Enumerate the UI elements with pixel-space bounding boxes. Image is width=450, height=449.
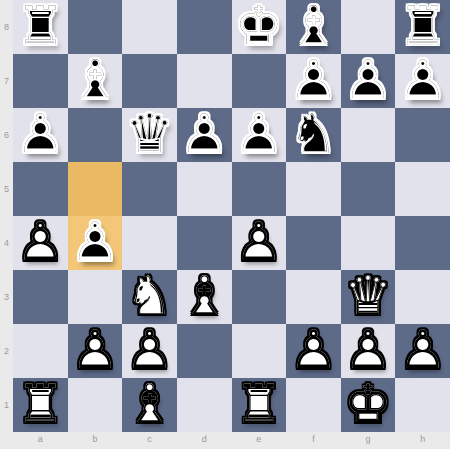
square-e2[interactable] — [232, 324, 287, 378]
square-e8[interactable]: ♚♔ — [232, 0, 287, 54]
file-label-g: g — [341, 432, 396, 449]
square-f7[interactable]: ♟♙ — [286, 54, 341, 108]
pawn-icon-detail: ♙ — [17, 215, 65, 268]
square-c2[interactable]: ♟♙ — [122, 324, 177, 378]
file-label-a: a — [13, 432, 68, 449]
file-label-e: e — [232, 432, 287, 449]
white-knight[interactable]: ♞♘ — [122, 270, 177, 324]
white-pawn[interactable]: ♟♙ — [341, 324, 396, 378]
chess-board-widget: 87654321 ♜♖♚♔♝♗♜♖♝♗♟♙♟♙♟♙♟♙♛♕♟♙♟♙♞♘♟♙♟♙♟… — [0, 0, 450, 449]
square-a6[interactable]: ♟♙ — [13, 108, 68, 162]
white-pawn[interactable]: ♟♙ — [286, 324, 341, 378]
square-g1[interactable]: ♚♔ — [341, 378, 396, 432]
square-h4[interactable] — [395, 216, 450, 270]
square-b6[interactable] — [68, 108, 123, 162]
square-h5[interactable] — [395, 162, 450, 216]
knight-icon: ♞ — [290, 107, 338, 160]
square-g5[interactable] — [341, 162, 396, 216]
rank-label-1: 1 — [0, 378, 13, 432]
rank-labels: 87654321 — [0, 0, 13, 432]
square-c7[interactable] — [122, 54, 177, 108]
bishop-icon: ♝ — [180, 269, 228, 322]
square-c6[interactable]: ♛♕ — [122, 108, 177, 162]
black-queen[interactable]: ♛♕ — [122, 108, 177, 162]
pawn-icon-detail: ♙ — [399, 323, 447, 376]
black-pawn[interactable]: ♟♙ — [68, 216, 123, 270]
square-c1[interactable]: ♝♗ — [122, 378, 177, 432]
square-d3[interactable]: ♝♗ — [177, 270, 232, 324]
knight-icon-detail: ♘ — [290, 107, 338, 160]
pawn-icon-detail: ♙ — [344, 53, 392, 106]
black-rook[interactable]: ♜♖ — [13, 0, 68, 54]
pawn-icon: ♟ — [71, 323, 119, 376]
rank-label-5: 5 — [0, 162, 13, 216]
square-a3[interactable] — [13, 270, 68, 324]
file-label-h: h — [395, 432, 450, 449]
pawn-icon: ♟ — [180, 107, 228, 160]
queen-icon: ♛ — [344, 269, 392, 322]
black-pawn[interactable]: ♟♙ — [395, 54, 450, 108]
square-g4[interactable] — [341, 216, 396, 270]
black-bishop[interactable]: ♝♗ — [286, 0, 341, 54]
square-f8[interactable]: ♝♗ — [286, 0, 341, 54]
bishop-icon-detail: ♗ — [290, 0, 338, 52]
rank-label-6: 6 — [0, 108, 13, 162]
white-pawn[interactable]: ♟♙ — [13, 216, 68, 270]
queen-icon-detail: ♕ — [126, 107, 174, 160]
pawn-icon: ♟ — [399, 53, 447, 106]
queen-icon: ♛ — [126, 107, 174, 160]
pawn-icon: ♟ — [17, 107, 65, 160]
black-pawn[interactable]: ♟♙ — [286, 54, 341, 108]
pawn-icon-detail: ♙ — [344, 323, 392, 376]
square-d4[interactable] — [177, 216, 232, 270]
square-b3[interactable] — [68, 270, 123, 324]
square-b2[interactable]: ♟♙ — [68, 324, 123, 378]
rank-label-4: 4 — [0, 216, 13, 270]
square-d8[interactable] — [177, 0, 232, 54]
bishop-icon-detail: ♗ — [126, 377, 174, 430]
black-pawn[interactable]: ♟♙ — [13, 108, 68, 162]
square-d7[interactable] — [177, 54, 232, 108]
rook-icon: ♜ — [17, 0, 65, 52]
rank-label-8: 8 — [0, 0, 13, 54]
bishop-icon: ♝ — [71, 53, 119, 106]
square-e3[interactable] — [232, 270, 287, 324]
white-bishop[interactable]: ♝♗ — [122, 378, 177, 432]
square-c8[interactable] — [122, 0, 177, 54]
square-b1[interactable] — [68, 378, 123, 432]
white-king[interactable]: ♚♔ — [341, 378, 396, 432]
pawn-icon: ♟ — [17, 215, 65, 268]
square-b4[interactable]: ♟♙ — [68, 216, 123, 270]
square-e1[interactable]: ♜♖ — [232, 378, 287, 432]
bishop-icon: ♝ — [126, 377, 174, 430]
square-h3[interactable] — [395, 270, 450, 324]
square-c3[interactable]: ♞♘ — [122, 270, 177, 324]
square-h8[interactable]: ♜♖ — [395, 0, 450, 54]
rank-label-3: 3 — [0, 270, 13, 324]
white-rook[interactable]: ♜♖ — [13, 378, 68, 432]
square-g3[interactable]: ♛♕ — [341, 270, 396, 324]
black-bishop[interactable]: ♝♗ — [68, 54, 123, 108]
square-f6[interactable]: ♞♘ — [286, 108, 341, 162]
pawn-icon: ♟ — [399, 323, 447, 376]
square-f4[interactable] — [286, 216, 341, 270]
square-g6[interactable] — [341, 108, 396, 162]
square-c4[interactable] — [122, 216, 177, 270]
bishop-icon-detail: ♗ — [180, 269, 228, 322]
black-pawn[interactable]: ♟♙ — [177, 108, 232, 162]
square-e5[interactable] — [232, 162, 287, 216]
pawn-icon-detail: ♙ — [180, 107, 228, 160]
knight-icon: ♞ — [126, 269, 174, 322]
pawn-icon: ♟ — [235, 215, 283, 268]
file-label-d: d — [177, 432, 232, 449]
file-label-c: c — [122, 432, 177, 449]
square-d6[interactable]: ♟♙ — [177, 108, 232, 162]
file-label-b: b — [68, 432, 123, 449]
black-pawn[interactable]: ♟♙ — [341, 54, 396, 108]
square-h7[interactable]: ♟♙ — [395, 54, 450, 108]
black-rook[interactable]: ♜♖ — [395, 0, 450, 54]
pawn-icon: ♟ — [290, 323, 338, 376]
pawn-icon: ♟ — [126, 323, 174, 376]
rook-icon-detail: ♖ — [17, 0, 65, 52]
square-d5[interactable] — [177, 162, 232, 216]
square-a8[interactable]: ♜♖ — [13, 0, 68, 54]
square-g7[interactable]: ♟♙ — [341, 54, 396, 108]
pawn-icon-detail: ♙ — [71, 215, 119, 268]
rook-icon-detail: ♖ — [399, 0, 447, 52]
knight-icon-detail: ♘ — [126, 269, 174, 322]
square-d2[interactable] — [177, 324, 232, 378]
square-f1[interactable] — [286, 378, 341, 432]
pawn-icon: ♟ — [344, 323, 392, 376]
white-pawn[interactable]: ♟♙ — [122, 324, 177, 378]
king-icon: ♚ — [235, 0, 283, 52]
square-b7[interactable]: ♝♗ — [68, 54, 123, 108]
pawn-icon-detail: ♙ — [17, 107, 65, 160]
square-e4[interactable]: ♟♙ — [232, 216, 287, 270]
black-pawn[interactable]: ♟♙ — [232, 108, 287, 162]
square-h2[interactable]: ♟♙ — [395, 324, 450, 378]
king-icon: ♚ — [344, 377, 392, 430]
white-pawn[interactable]: ♟♙ — [232, 216, 287, 270]
rank-label-2: 2 — [0, 324, 13, 378]
square-d1[interactable] — [177, 378, 232, 432]
pawn-icon-detail: ♙ — [399, 53, 447, 106]
pawn-icon: ♟ — [290, 53, 338, 106]
bishop-icon-detail: ♗ — [71, 53, 119, 106]
square-e7[interactable] — [232, 54, 287, 108]
pawn-icon: ♟ — [344, 53, 392, 106]
rook-icon-detail: ♖ — [235, 377, 283, 430]
square-a7[interactable] — [13, 54, 68, 108]
square-a2[interactable] — [13, 324, 68, 378]
square-a4[interactable]: ♟♙ — [13, 216, 68, 270]
pawn-icon: ♟ — [235, 107, 283, 160]
square-a5[interactable] — [13, 162, 68, 216]
black-knight[interactable]: ♞♘ — [286, 108, 341, 162]
square-b8[interactable] — [68, 0, 123, 54]
rank-label-7: 7 — [0, 54, 13, 108]
rook-icon: ♜ — [399, 0, 447, 52]
pawn-icon-detail: ♙ — [126, 323, 174, 376]
pawn-icon: ♟ — [71, 215, 119, 268]
rook-icon: ♜ — [17, 377, 65, 430]
pawn-icon-detail: ♙ — [235, 215, 283, 268]
square-f5[interactable] — [286, 162, 341, 216]
chess-board[interactable]: ♜♖♚♔♝♗♜♖♝♗♟♙♟♙♟♙♟♙♛♕♟♙♟♙♞♘♟♙♟♙♟♙♞♘♝♗♛♕♟♙… — [13, 0, 450, 432]
king-icon-detail: ♔ — [344, 377, 392, 430]
white-queen[interactable]: ♛♕ — [341, 270, 396, 324]
square-h6[interactable] — [395, 108, 450, 162]
file-label-f: f — [286, 432, 341, 449]
pawn-icon-detail: ♙ — [290, 53, 338, 106]
white-bishop[interactable]: ♝♗ — [177, 270, 232, 324]
queen-icon-detail: ♕ — [344, 269, 392, 322]
pawn-icon-detail: ♙ — [235, 107, 283, 160]
bishop-icon: ♝ — [290, 0, 338, 52]
square-h1[interactable] — [395, 378, 450, 432]
file-labels: abcdefgh — [13, 432, 450, 449]
white-pawn[interactable]: ♟♙ — [68, 324, 123, 378]
king-icon-detail: ♔ — [235, 0, 283, 52]
square-c5[interactable] — [122, 162, 177, 216]
square-g2[interactable]: ♟♙ — [341, 324, 396, 378]
white-rook[interactable]: ♜♖ — [232, 378, 287, 432]
square-g8[interactable] — [341, 0, 396, 54]
square-f2[interactable]: ♟♙ — [286, 324, 341, 378]
rook-icon-detail: ♖ — [17, 377, 65, 430]
square-e6[interactable]: ♟♙ — [232, 108, 287, 162]
square-a1[interactable]: ♜♖ — [13, 378, 68, 432]
square-f3[interactable] — [286, 270, 341, 324]
pawn-icon-detail: ♙ — [71, 323, 119, 376]
rook-icon: ♜ — [235, 377, 283, 430]
pawn-icon-detail: ♙ — [290, 323, 338, 376]
white-pawn[interactable]: ♟♙ — [395, 324, 450, 378]
black-king[interactable]: ♚♔ — [232, 0, 287, 54]
square-b5[interactable] — [68, 162, 123, 216]
